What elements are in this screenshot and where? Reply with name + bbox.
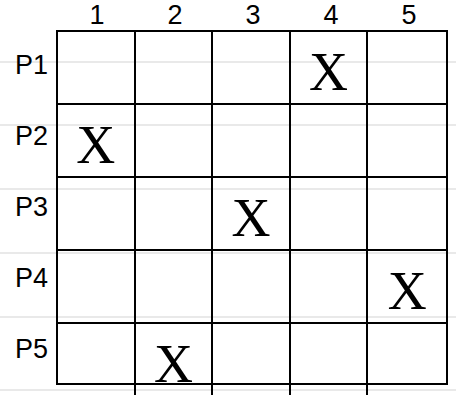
puzzle-grid: X X X X X xyxy=(56,30,448,385)
cell-P1-C3[interactable] xyxy=(213,32,291,105)
cell-P3-C5[interactable] xyxy=(368,178,446,251)
column-header-1: 1 xyxy=(58,0,136,31)
column-headers: 1 2 3 4 5 xyxy=(58,0,448,30)
cell-P3-C1[interactable] xyxy=(58,178,136,251)
row-label-P1: P1 xyxy=(0,30,58,101)
column-header-3: 3 xyxy=(214,0,292,31)
cell-P3-C3[interactable]: X xyxy=(213,178,291,251)
cell-P5-C2[interactable]: X xyxy=(136,324,214,395)
row-labels: P1 P2 P3 P4 P5 xyxy=(0,30,58,385)
cell-P2-C5[interactable] xyxy=(368,105,446,178)
cell-P2-C3[interactable] xyxy=(213,105,291,178)
cell-P1-C4[interactable]: X xyxy=(291,32,369,105)
cell-P1-C5[interactable] xyxy=(368,32,446,105)
cell-P5-C1[interactable] xyxy=(58,324,136,395)
cell-P4-C2[interactable] xyxy=(136,251,214,324)
row-label-P3: P3 xyxy=(0,172,58,243)
cell-P3-C4[interactable] xyxy=(291,178,369,251)
cell-P5-C4[interactable] xyxy=(291,324,369,395)
row-label-P4: P4 xyxy=(0,243,58,314)
cell-P5-C5[interactable] xyxy=(368,324,446,395)
cell-P2-C4[interactable] xyxy=(291,105,369,178)
row-label-P2: P2 xyxy=(0,101,58,172)
cell-P4-C4[interactable] xyxy=(291,251,369,324)
column-header-4: 4 xyxy=(292,0,370,31)
column-header-5: 5 xyxy=(370,0,448,31)
column-header-2: 2 xyxy=(136,0,214,31)
cell-P2-C2[interactable] xyxy=(136,105,214,178)
cell-P2-C1[interactable]: X xyxy=(58,105,136,178)
cell-P4-C1[interactable] xyxy=(58,251,136,324)
cell-P5-C3[interactable] xyxy=(213,324,291,395)
cell-P4-C5[interactable]: X xyxy=(368,251,446,324)
row-label-P5: P5 xyxy=(0,314,58,385)
cell-P4-C3[interactable] xyxy=(213,251,291,324)
cell-P1-C1[interactable] xyxy=(58,32,136,105)
cell-P3-C2[interactable] xyxy=(136,178,214,251)
cell-P1-C2[interactable] xyxy=(136,32,214,105)
